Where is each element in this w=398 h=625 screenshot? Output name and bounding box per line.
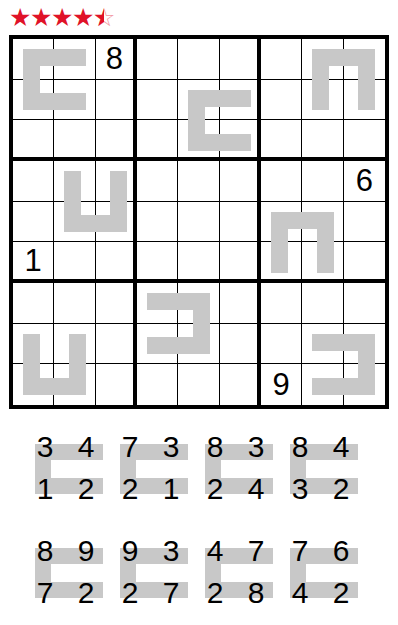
clue-digit: 4 [207, 536, 224, 566]
cell-r3c8[interactable] [302, 120, 343, 161]
cell-r6c5[interactable] [178, 242, 219, 283]
clue-digit: 7 [122, 432, 139, 462]
clue-group: 4728 [205, 540, 275, 604]
cell-r3c4[interactable] [137, 120, 178, 161]
clue-group: 7321 [120, 436, 190, 500]
clue-digit: 4 [248, 474, 265, 504]
cell-r1c3[interactable]: 8 [96, 39, 137, 80]
cell-r9c2[interactable] [54, 364, 95, 405]
cell-r4c3[interactable] [96, 161, 137, 202]
clue-digit: 2 [333, 474, 350, 504]
cell-r2c4[interactable] [137, 80, 178, 121]
clue-group: 8324 [205, 436, 275, 500]
cell-r9c3[interactable] [96, 364, 137, 405]
clue-group: 8972 [35, 540, 105, 604]
cell-r6c7[interactable] [261, 242, 302, 283]
star-icon: ☆★ [93, 4, 114, 30]
star-half-fill-icon: ★ [93, 4, 104, 30]
cell-r7c4[interactable] [137, 283, 178, 324]
cell-r2c5[interactable] [178, 80, 219, 121]
clue-digit: 4 [333, 432, 350, 462]
cell-r4c9[interactable]: 6 [344, 161, 385, 202]
cell-r1c1[interactable] [13, 39, 54, 80]
cell-r3c2[interactable] [54, 120, 95, 161]
cell-r4c7[interactable] [261, 161, 302, 202]
cell-r9c4[interactable] [137, 364, 178, 405]
given-digit: 9 [273, 367, 290, 403]
cell-r7c1[interactable] [13, 283, 54, 324]
sudoku-board: 8619 [9, 35, 389, 409]
cell-r8c4[interactable] [137, 324, 178, 365]
cell-r3c5[interactable] [178, 120, 219, 161]
cell-r5c3[interactable] [96, 202, 137, 243]
cell-r1c8[interactable] [302, 39, 343, 80]
cell-r7c5[interactable] [178, 283, 219, 324]
cell-r7c2[interactable] [54, 283, 95, 324]
cell-r7c8[interactable] [302, 283, 343, 324]
clue-digit: 8 [37, 536, 54, 566]
cell-r6c1[interactable]: 1 [13, 242, 54, 283]
cell-r8c1[interactable] [13, 324, 54, 365]
cell-r3c7[interactable] [261, 120, 302, 161]
cell-r8c3[interactable] [96, 324, 137, 365]
cell-r3c3[interactable] [96, 120, 137, 161]
cell-r1c5[interactable] [178, 39, 219, 80]
cell-r1c9[interactable] [344, 39, 385, 80]
star-icon: ★ [51, 4, 72, 30]
clue-digit: 7 [248, 536, 265, 566]
clue-digit: 9 [78, 536, 95, 566]
cell-r3c6[interactable] [220, 120, 261, 161]
cell-r2c3[interactable] [96, 80, 137, 121]
cell-r2c6[interactable] [220, 80, 261, 121]
cell-r9c8[interactable] [302, 364, 343, 405]
clue-digit: 2 [122, 474, 139, 504]
clue-digit: 7 [292, 536, 309, 566]
cell-r2c1[interactable] [13, 80, 54, 121]
cell-r8c7[interactable] [261, 324, 302, 365]
cell-r6c3[interactable] [96, 242, 137, 283]
cell-r5c4[interactable] [137, 202, 178, 243]
clue-digit: 2 [207, 578, 224, 608]
clue-digit: 4 [292, 578, 309, 608]
clue-digit: 3 [248, 432, 265, 462]
clue-digit: 2 [122, 578, 139, 608]
cell-r1c7[interactable] [261, 39, 302, 80]
clue-digit: 2 [78, 474, 95, 504]
clue-digit: 3 [292, 474, 309, 504]
difficulty-rating: ★★★★☆★ [9, 4, 114, 30]
cell-r8c9[interactable] [344, 324, 385, 365]
cell-r1c2[interactable] [54, 39, 95, 80]
clue-digit: 3 [163, 432, 180, 462]
star-icon: ★ [9, 4, 30, 30]
cell-r1c4[interactable] [137, 39, 178, 80]
clue-digit: 1 [163, 474, 180, 504]
clue-row-2: 8972932747287642 [35, 540, 360, 604]
clue-digit: 3 [163, 536, 180, 566]
cell-r7c6[interactable] [220, 283, 261, 324]
clue-group: 8432 [290, 436, 360, 500]
cell-r4c4[interactable] [137, 161, 178, 202]
cell-r7c9[interactable] [344, 283, 385, 324]
cell-r5c6[interactable] [220, 202, 261, 243]
cell-r9c5[interactable] [178, 364, 219, 405]
cell-r5c9[interactable] [344, 202, 385, 243]
cell-r7c3[interactable] [96, 283, 137, 324]
clue-group: 7642 [290, 540, 360, 604]
clue-digit: 7 [37, 578, 54, 608]
clue-digit: 8 [292, 432, 309, 462]
cell-r6c8[interactable] [302, 242, 343, 283]
cell-r5c1[interactable] [13, 202, 54, 243]
cell-r9c9[interactable] [344, 364, 385, 405]
cell-r5c5[interactable] [178, 202, 219, 243]
cell-r2c2[interactable] [54, 80, 95, 121]
clue-group: 9327 [120, 540, 190, 604]
cell-r2c9[interactable] [344, 80, 385, 121]
cell-r3c1[interactable] [13, 120, 54, 161]
cell-r9c6[interactable] [220, 364, 261, 405]
star-icon: ★ [30, 4, 51, 30]
clue-digit: 2 [78, 578, 95, 608]
clue-digit: 2 [207, 474, 224, 504]
given-digit: 6 [356, 163, 373, 199]
cell-r3c9[interactable] [344, 120, 385, 161]
clue-digit: 2 [333, 578, 350, 608]
clue-digit: 6 [333, 536, 350, 566]
clue-digit: 1 [37, 474, 54, 504]
clue-group: 3412 [35, 436, 105, 500]
cell-r6c6[interactable] [220, 242, 261, 283]
cell-r4c2[interactable] [54, 161, 95, 202]
cell-r6c2[interactable] [54, 242, 95, 283]
cell-r4c5[interactable] [178, 161, 219, 202]
cell-r7c7[interactable] [261, 283, 302, 324]
cell-r5c8[interactable] [302, 202, 343, 243]
clue-row-1: 3412732183248432 [35, 436, 360, 500]
cell-r5c2[interactable] [54, 202, 95, 243]
cell-r9c7[interactable]: 9 [261, 364, 302, 405]
clue-digit: 9 [122, 536, 139, 566]
clue-digit: 3 [37, 432, 54, 462]
cell-r5c7[interactable] [261, 202, 302, 243]
clue-digit: 7 [163, 578, 180, 608]
cell-r2c8[interactable] [302, 80, 343, 121]
cell-r6c9[interactable] [344, 242, 385, 283]
cell-r2c7[interactable] [261, 80, 302, 121]
cell-r8c5[interactable] [178, 324, 219, 365]
cell-r8c6[interactable] [220, 324, 261, 365]
given-digit: 1 [25, 243, 42, 279]
clue-digit: 8 [248, 578, 265, 608]
cell-r4c8[interactable] [302, 161, 343, 202]
clue-digit: 4 [78, 432, 95, 462]
cell-r8c2[interactable] [54, 324, 95, 365]
star-icon: ★ [72, 4, 93, 30]
cell-r6c4[interactable] [137, 242, 178, 283]
cell-r4c6[interactable] [220, 161, 261, 202]
cell-r4c1[interactable] [13, 161, 54, 202]
cell-r9c1[interactable] [13, 364, 54, 405]
cell-r8c8[interactable] [302, 324, 343, 365]
given-digit: 8 [106, 41, 123, 77]
cell-r1c6[interactable] [220, 39, 261, 80]
clue-digit: 8 [207, 432, 224, 462]
